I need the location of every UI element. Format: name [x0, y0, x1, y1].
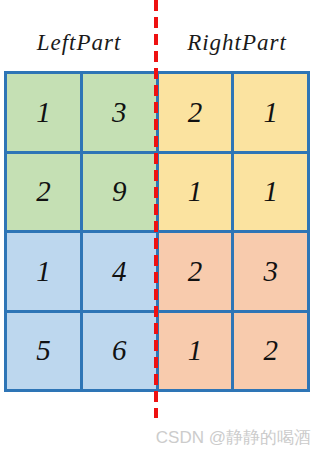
grid-cell-r2c3: 3: [234, 233, 307, 310]
grid-cell-r2c0: 1: [7, 233, 80, 310]
left-part-label: LeftPart: [4, 30, 154, 56]
grid-cell-r2c1: 4: [83, 233, 156, 310]
grid-cell-r1c3: 1: [234, 154, 307, 231]
grid-cell-r0c2: 2: [159, 74, 232, 151]
grid-cell-r3c0: 5: [7, 313, 80, 390]
right-part-label: RightPart: [162, 30, 312, 56]
grid-cell-r0c1: 3: [83, 74, 156, 151]
csdn-watermark: CSDN @静静的喝酒: [156, 426, 311, 449]
grid-cell-r1c2: 1: [159, 154, 232, 231]
grid-cell-r0c0: 1: [7, 74, 80, 151]
grid-cell-r3c1: 6: [83, 313, 156, 390]
grid-cell-r2c2: 2: [159, 233, 232, 310]
grid-cell-r1c0: 2: [7, 154, 80, 231]
grid-cell-r3c3: 2: [234, 313, 307, 390]
red-dashed-divider-line: [154, 0, 158, 418]
grid-cell-r3c2: 1: [159, 313, 232, 390]
grid-cell-r1c1: 9: [83, 154, 156, 231]
grid-cell-r0c3: 1: [234, 74, 307, 151]
